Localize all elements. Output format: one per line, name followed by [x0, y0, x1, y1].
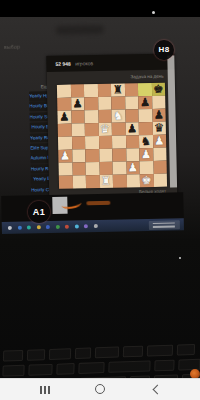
square-e5[interactable] — [112, 122, 126, 135]
square-a1[interactable] — [59, 176, 73, 189]
white-pawn-f2: ♟ — [126, 161, 140, 174]
taskbar-app-icon[interactable] — [84, 224, 88, 228]
taskbar-app-icon[interactable] — [93, 224, 97, 228]
taskbar-app-icon[interactable] — [74, 224, 78, 228]
square-a2[interactable] — [59, 163, 73, 176]
taskbar-app-icon[interactable] — [8, 226, 12, 230]
square-e6[interactable]: ♞ — [111, 109, 125, 122]
square-f8[interactable] — [124, 83, 138, 96]
black-pawn-g7: ♟ — [138, 96, 152, 109]
square-c8[interactable] — [84, 84, 98, 97]
home-icon[interactable] — [95, 384, 105, 394]
square-b6[interactable] — [71, 110, 85, 123]
chess-board[interactable]: ♜♚♟♟♟♞♟♛♟♛♞♟♟♟♟♜♚ — [57, 83, 167, 189]
square-h3[interactable] — [153, 148, 167, 161]
square-f7[interactable] — [125, 96, 139, 109]
square-b2[interactable] — [72, 162, 86, 175]
orange-led-dot — [190, 369, 200, 378]
recents-icon[interactable] — [40, 386, 50, 394]
square-e1[interactable] — [113, 174, 127, 187]
square-c7[interactable] — [84, 97, 98, 110]
square-e8[interactable]: ♜ — [111, 83, 125, 96]
square-c3[interactable] — [85, 149, 99, 162]
square-f2[interactable]: ♟ — [126, 161, 140, 174]
background-page-text: выбор — [4, 44, 20, 50]
square-f4[interactable] — [125, 135, 139, 148]
white-queen-d5: ♛ — [98, 123, 112, 136]
square-g3[interactable]: ♟ — [139, 148, 153, 161]
square-a8[interactable] — [57, 85, 71, 98]
square-g1[interactable]: ♚ — [140, 174, 154, 187]
tray-clock-line — [153, 222, 175, 224]
phone-screenshot: выбор Ещё » Yearly HyperBulletHourly Bul… — [0, 0, 200, 400]
puzzle-of-day-title: Задача на день — [130, 74, 163, 80]
keyboard-key — [3, 350, 23, 362]
square-a5[interactable] — [58, 124, 72, 137]
white-knight-e6: ♞ — [111, 109, 125, 122]
square-c2[interactable] — [86, 162, 100, 175]
white-king-g1: ♚ — [140, 174, 154, 187]
square-b5[interactable] — [71, 123, 85, 136]
square-c4[interactable] — [85, 136, 99, 149]
taskbar-app-icon[interactable] — [46, 225, 50, 229]
android-nav-bar — [0, 378, 200, 400]
square-d1[interactable]: ♜ — [99, 175, 113, 188]
square-h8[interactable]: ♚ — [151, 83, 165, 96]
square-d5[interactable]: ♛ — [98, 123, 112, 136]
taskbar-app-icon[interactable] — [36, 225, 40, 229]
keyboard-key — [147, 345, 173, 357]
taskbar-app-icon[interactable] — [17, 226, 21, 230]
square-a3[interactable]: ♟ — [58, 150, 72, 163]
keyboard-key — [154, 360, 174, 372]
square-b7[interactable]: ♟ — [71, 97, 85, 110]
keyboard-key — [75, 347, 91, 359]
black-pawn-a6: ♟ — [57, 111, 71, 124]
square-d7[interactable] — [98, 97, 112, 110]
white-pawn-h4: ♟ — [152, 135, 166, 148]
square-d4[interactable] — [98, 136, 112, 149]
white-rook-d1: ♜ — [99, 175, 113, 188]
keyboard-key — [177, 344, 195, 356]
square-g6[interactable] — [138, 109, 152, 122]
keyboard-key — [78, 362, 104, 374]
laptop-keyboard — [0, 313, 200, 378]
square-c5[interactable] — [85, 123, 99, 136]
keyboard-key — [95, 347, 119, 359]
square-d8[interactable] — [97, 84, 111, 97]
square-a6[interactable]: ♟ — [57, 111, 71, 124]
photo-of-monitor: выбор Ещё » Yearly HyperBulletHourly Bul… — [0, 17, 200, 378]
system-tray[interactable] — [149, 220, 180, 230]
keyboard-key — [56, 363, 74, 375]
black-pawn-b7: ♟ — [71, 97, 85, 110]
square-h1[interactable] — [153, 174, 167, 187]
orange-text-blur — [86, 201, 110, 206]
camera-dot — [152, 11, 155, 14]
square-e3[interactable] — [112, 148, 126, 161]
taskbar-app-icon[interactable] — [65, 225, 69, 229]
tray-date-line — [153, 225, 175, 227]
white-pawn-g3: ♟ — [139, 148, 153, 161]
corner-badge-h8: H8 — [154, 40, 174, 60]
square-h2[interactable] — [153, 161, 167, 174]
white-pawn-a3: ♟ — [58, 150, 72, 163]
square-g7[interactable]: ♟ — [138, 96, 152, 109]
square-e4[interactable] — [112, 135, 126, 148]
square-b1[interactable] — [72, 175, 86, 188]
page-edge-strip — [167, 55, 177, 187]
keyboard-key — [2, 365, 24, 377]
corner-badge-a1: A1 — [28, 201, 50, 223]
black-king-h8: ♚ — [151, 83, 165, 96]
black-pawn-f5: ♟ — [125, 122, 139, 135]
square-d3[interactable] — [99, 149, 113, 162]
lichess-panel: 52 948 игроков 37 681 игры в ходу Задача… — [46, 53, 177, 208]
taskbar-app-icon[interactable] — [27, 225, 31, 229]
windows-taskbar — [2, 218, 184, 234]
background-smudge — [56, 25, 104, 35]
keyboard-key — [108, 360, 150, 372]
square-f1[interactable] — [126, 174, 140, 187]
square-c6[interactable] — [84, 110, 98, 123]
black-rook-e8: ♜ — [111, 83, 125, 96]
square-b4[interactable] — [71, 136, 85, 149]
back-icon[interactable] — [153, 385, 163, 395]
square-e2[interactable] — [113, 161, 127, 174]
square-b3[interactable] — [72, 149, 86, 162]
keyboard-key — [123, 346, 143, 358]
square-c1[interactable] — [86, 175, 100, 188]
keyboard-key — [27, 349, 45, 361]
square-f5[interactable]: ♟ — [125, 122, 139, 135]
square-h4[interactable]: ♟ — [152, 135, 166, 148]
keyboard-key — [49, 348, 71, 360]
keyboard-key — [28, 364, 52, 376]
light-speck — [179, 257, 181, 259]
status-bar — [0, 0, 200, 17]
taskbar-app-icon[interactable] — [55, 225, 59, 229]
